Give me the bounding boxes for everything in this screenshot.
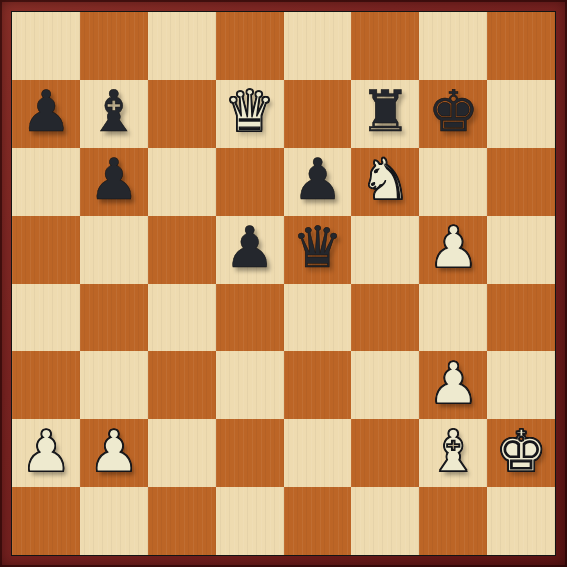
square-a2[interactable]: ♟ (12, 419, 80, 487)
square-a6[interactable] (12, 148, 80, 216)
square-g6[interactable] (419, 148, 487, 216)
square-a7[interactable]: ♟ (12, 80, 80, 148)
square-e5[interactable]: ♛ (284, 216, 352, 284)
white-pawn: ♟ (428, 355, 479, 412)
square-g5[interactable]: ♟ (419, 216, 487, 284)
square-c3[interactable] (148, 351, 216, 419)
square-h2[interactable]: ♚ (487, 419, 555, 487)
square-g2[interactable]: ♝ (419, 419, 487, 487)
square-a1[interactable] (12, 487, 80, 555)
square-b6[interactable]: ♟ (80, 148, 148, 216)
square-f3[interactable] (351, 351, 419, 419)
square-d5[interactable]: ♟ (216, 216, 284, 284)
black-rook: ♜ (360, 83, 411, 140)
square-d3[interactable] (216, 351, 284, 419)
square-b3[interactable] (80, 351, 148, 419)
square-e1[interactable] (284, 487, 352, 555)
white-pawn: ♟ (20, 423, 71, 480)
square-g4[interactable] (419, 284, 487, 352)
square-c7[interactable] (148, 80, 216, 148)
chess-board: ♟♝♛♜♚♟♟♞♟♛♟♟♟♟♝♚ (11, 11, 556, 556)
square-e3[interactable] (284, 351, 352, 419)
square-b4[interactable] (80, 284, 148, 352)
black-pawn: ♟ (88, 151, 139, 208)
white-pawn: ♟ (88, 423, 139, 480)
square-h4[interactable] (487, 284, 555, 352)
square-g7[interactable]: ♚ (419, 80, 487, 148)
black-pawn: ♟ (292, 151, 343, 208)
black-pawn: ♟ (224, 219, 275, 276)
square-f6[interactable]: ♞ (351, 148, 419, 216)
square-c5[interactable] (148, 216, 216, 284)
square-f5[interactable] (351, 216, 419, 284)
square-a8[interactable] (12, 12, 80, 80)
square-b1[interactable] (80, 487, 148, 555)
square-d2[interactable] (216, 419, 284, 487)
square-h5[interactable] (487, 216, 555, 284)
square-e7[interactable] (284, 80, 352, 148)
square-d4[interactable] (216, 284, 284, 352)
black-pawn: ♟ (20, 83, 71, 140)
square-d7[interactable]: ♛ (216, 80, 284, 148)
square-c4[interactable] (148, 284, 216, 352)
square-f2[interactable] (351, 419, 419, 487)
white-king: ♚ (496, 423, 547, 480)
square-a3[interactable] (12, 351, 80, 419)
square-b5[interactable] (80, 216, 148, 284)
square-g8[interactable] (419, 12, 487, 80)
white-queen: ♛ (224, 83, 275, 140)
square-a4[interactable] (12, 284, 80, 352)
board-frame: ♟♝♛♜♚♟♟♞♟♛♟♟♟♟♝♚ (0, 0, 567, 567)
white-knight: ♞ (360, 151, 411, 208)
square-h1[interactable] (487, 487, 555, 555)
square-c6[interactable] (148, 148, 216, 216)
square-b2[interactable]: ♟ (80, 419, 148, 487)
square-e8[interactable] (284, 12, 352, 80)
square-b8[interactable] (80, 12, 148, 80)
square-g1[interactable] (419, 487, 487, 555)
white-bishop: ♝ (428, 423, 479, 480)
square-d1[interactable] (216, 487, 284, 555)
white-pawn: ♟ (428, 219, 479, 276)
square-e2[interactable] (284, 419, 352, 487)
square-d6[interactable] (216, 148, 284, 216)
black-king: ♚ (428, 83, 479, 140)
black-queen: ♛ (292, 219, 343, 276)
square-e4[interactable] (284, 284, 352, 352)
square-a5[interactable] (12, 216, 80, 284)
square-e6[interactable]: ♟ (284, 148, 352, 216)
square-f7[interactable]: ♜ (351, 80, 419, 148)
square-d8[interactable] (216, 12, 284, 80)
square-c1[interactable] (148, 487, 216, 555)
square-f8[interactable] (351, 12, 419, 80)
square-b7[interactable]: ♝ (80, 80, 148, 148)
square-h7[interactable] (487, 80, 555, 148)
black-bishop: ♝ (88, 83, 139, 140)
square-h6[interactable] (487, 148, 555, 216)
square-h3[interactable] (487, 351, 555, 419)
square-f1[interactable] (351, 487, 419, 555)
square-c2[interactable] (148, 419, 216, 487)
square-f4[interactable] (351, 284, 419, 352)
square-g3[interactable]: ♟ (419, 351, 487, 419)
square-c8[interactable] (148, 12, 216, 80)
square-h8[interactable] (487, 12, 555, 80)
